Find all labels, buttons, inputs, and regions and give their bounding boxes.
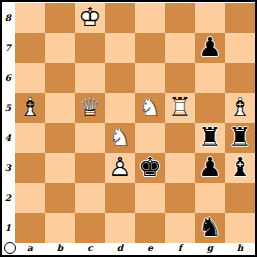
square-c7[interactable] bbox=[75, 33, 105, 63]
square-g6[interactable] bbox=[195, 63, 225, 93]
square-c5[interactable]: ♛♕ bbox=[75, 93, 105, 123]
rank-label-2: 2 bbox=[2, 183, 14, 213]
file-label-e: e bbox=[135, 242, 165, 255]
square-f1[interactable] bbox=[165, 213, 195, 243]
square-h3[interactable]: ♝ bbox=[225, 153, 255, 183]
square-d1[interactable] bbox=[105, 213, 135, 243]
pawn-glyph: ♟ bbox=[195, 33, 225, 63]
rank-label-3: 3 bbox=[2, 153, 14, 183]
black-pawn[interactable]: ♟ bbox=[195, 33, 225, 63]
square-b6[interactable] bbox=[45, 63, 75, 93]
square-d7[interactable] bbox=[105, 33, 135, 63]
bishop-glyph-outline: ♗ bbox=[225, 93, 255, 123]
square-g8[interactable] bbox=[195, 3, 225, 33]
square-b3[interactable] bbox=[45, 153, 75, 183]
square-e1[interactable] bbox=[135, 213, 165, 243]
square-f4[interactable] bbox=[165, 123, 195, 153]
square-e5[interactable]: ♞♘ bbox=[135, 93, 165, 123]
bishop-glyph: ♝ bbox=[225, 153, 255, 183]
square-d3[interactable]: ♟♙ bbox=[105, 153, 135, 183]
square-f7[interactable] bbox=[165, 33, 195, 63]
file-label-h: h bbox=[225, 242, 255, 255]
square-a1[interactable] bbox=[15, 213, 45, 243]
king-glyph: ♚ bbox=[135, 153, 165, 183]
diagram-frame: ♚♔♟♝♗♛♕♞♘♜♖♝♗♞♘♜♜♟♙♚♟♝♞ 87654321abcdefgh bbox=[2, 2, 255, 255]
square-e7[interactable] bbox=[135, 33, 165, 63]
square-e2[interactable] bbox=[135, 183, 165, 213]
pawn-glyph-outline: ♙ bbox=[105, 153, 135, 183]
white-knight[interactable]: ♞♘ bbox=[135, 93, 165, 123]
square-d5[interactable] bbox=[105, 93, 135, 123]
square-b1[interactable] bbox=[45, 213, 75, 243]
square-b7[interactable] bbox=[45, 33, 75, 63]
square-d2[interactable] bbox=[105, 183, 135, 213]
white-bishop[interactable]: ♝♗ bbox=[225, 93, 255, 123]
black-bishop[interactable]: ♝ bbox=[225, 153, 255, 183]
rook-glyph: ♜ bbox=[195, 123, 225, 153]
square-f2[interactable] bbox=[165, 183, 195, 213]
rank-label-7: 7 bbox=[2, 33, 14, 63]
square-h4[interactable]: ♜ bbox=[225, 123, 255, 153]
queen-glyph-outline: ♕ bbox=[75, 93, 105, 123]
bishop-glyph-outline: ♗ bbox=[15, 93, 45, 123]
square-h6[interactable] bbox=[225, 63, 255, 93]
white-pawn[interactable]: ♟♙ bbox=[105, 153, 135, 183]
file-label-g: g bbox=[195, 242, 225, 255]
black-rook[interactable]: ♜ bbox=[195, 123, 225, 153]
rank-label-1: 1 bbox=[2, 213, 14, 243]
knight-glyph: ♞ bbox=[195, 213, 225, 243]
square-c4[interactable] bbox=[75, 123, 105, 153]
black-knight[interactable]: ♞ bbox=[195, 213, 225, 243]
square-g2[interactable] bbox=[195, 183, 225, 213]
rank-label-6: 6 bbox=[2, 63, 14, 93]
black-king[interactable]: ♚ bbox=[135, 153, 165, 183]
white-queen[interactable]: ♛♕ bbox=[75, 93, 105, 123]
rank-label-4: 4 bbox=[2, 123, 14, 153]
white-bishop[interactable]: ♝♗ bbox=[15, 93, 45, 123]
knight-glyph-outline: ♘ bbox=[135, 93, 165, 123]
square-g7[interactable]: ♟ bbox=[195, 33, 225, 63]
square-a2[interactable] bbox=[15, 183, 45, 213]
white-rook[interactable]: ♜♖ bbox=[165, 93, 195, 123]
black-rook[interactable]: ♜ bbox=[225, 123, 255, 153]
square-f3[interactable] bbox=[165, 153, 195, 183]
square-c2[interactable] bbox=[75, 183, 105, 213]
king-glyph-outline: ♔ bbox=[75, 3, 105, 33]
square-g3[interactable]: ♟ bbox=[195, 153, 225, 183]
square-g5[interactable] bbox=[195, 93, 225, 123]
square-b5[interactable] bbox=[45, 93, 75, 123]
square-b4[interactable] bbox=[45, 123, 75, 153]
chess-board: ♚♔♟♝♗♛♕♞♘♜♖♝♗♞♘♜♜♟♙♚♟♝♞ bbox=[15, 3, 255, 243]
rank-label-8: 8 bbox=[2, 3, 14, 33]
pawn-glyph: ♟ bbox=[195, 153, 225, 183]
side-to-move-indicator bbox=[4, 242, 16, 254]
square-c8[interactable]: ♚♔ bbox=[75, 3, 105, 33]
square-a3[interactable] bbox=[15, 153, 45, 183]
rook-glyph: ♜ bbox=[225, 123, 255, 153]
square-e3[interactable]: ♚ bbox=[135, 153, 165, 183]
black-pawn[interactable]: ♟ bbox=[195, 153, 225, 183]
square-g1[interactable]: ♞ bbox=[195, 213, 225, 243]
file-label-b: b bbox=[45, 242, 75, 255]
file-label-f: f bbox=[165, 242, 195, 255]
square-c6[interactable] bbox=[75, 63, 105, 93]
file-label-d: d bbox=[105, 242, 135, 255]
rank-label-5: 5 bbox=[2, 93, 14, 123]
square-g4[interactable]: ♜ bbox=[195, 123, 225, 153]
square-b8[interactable] bbox=[45, 3, 75, 33]
square-f6[interactable] bbox=[165, 63, 195, 93]
square-a6[interactable] bbox=[15, 63, 45, 93]
square-b2[interactable] bbox=[45, 183, 75, 213]
rook-glyph-outline: ♖ bbox=[165, 93, 195, 123]
square-h5[interactable]: ♝♗ bbox=[225, 93, 255, 123]
square-a4[interactable] bbox=[15, 123, 45, 153]
square-e8[interactable] bbox=[135, 3, 165, 33]
square-a5[interactable]: ♝♗ bbox=[15, 93, 45, 123]
square-h8[interactable] bbox=[225, 3, 255, 33]
square-a7[interactable] bbox=[15, 33, 45, 63]
square-e4[interactable] bbox=[135, 123, 165, 153]
square-d6[interactable] bbox=[105, 63, 135, 93]
file-label-a: a bbox=[15, 242, 45, 255]
square-c3[interactable] bbox=[75, 153, 105, 183]
square-h1[interactable] bbox=[225, 213, 255, 243]
square-h7[interactable] bbox=[225, 33, 255, 63]
white-knight[interactable]: ♞♘ bbox=[105, 123, 135, 153]
square-a8[interactable] bbox=[15, 3, 45, 33]
file-label-c: c bbox=[75, 242, 105, 255]
square-h2[interactable] bbox=[225, 183, 255, 213]
square-f8[interactable] bbox=[165, 3, 195, 33]
square-d4[interactable]: ♞♘ bbox=[105, 123, 135, 153]
square-e6[interactable] bbox=[135, 63, 165, 93]
square-f5[interactable]: ♜♖ bbox=[165, 93, 195, 123]
white-king[interactable]: ♚♔ bbox=[75, 3, 105, 33]
square-d8[interactable] bbox=[105, 3, 135, 33]
knight-glyph-outline: ♘ bbox=[105, 123, 135, 153]
square-c1[interactable] bbox=[75, 213, 105, 243]
